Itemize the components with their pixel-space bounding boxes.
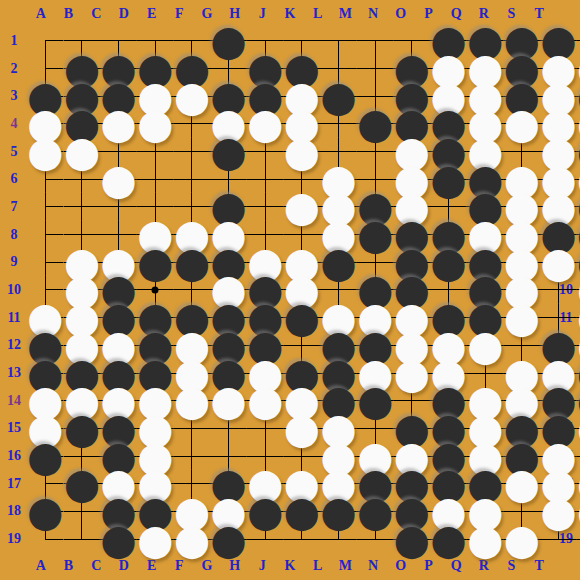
white-stone: ● [284,138,321,165]
intersection-J3[interactable]: ● [320,82,357,110]
coord-label-10: 10 [1,276,27,304]
intersection-G7[interactable] [247,193,284,221]
intersection-E16[interactable] [174,442,211,470]
intersection-A1[interactable] [27,27,64,55]
intersection-E6[interactable] [174,165,211,193]
white-stone: ● [540,249,577,276]
black-stone: ● [430,166,467,193]
black-stone: ● [357,110,394,137]
intersection-P9[interactable]: ● [540,248,577,276]
coord-label-N: N [359,1,387,27]
black-stone: ● [284,498,321,525]
intersection-N12[interactable]: ● [467,332,504,360]
intersection-D4[interactable]: ● [137,110,174,138]
black-stone: ● [357,498,394,525]
black-stone: ● [210,526,247,553]
coord-label-11: 11 [1,304,27,332]
intersection-O17[interactable]: ● [504,470,541,498]
intersection-L13[interactable]: ● [394,359,431,387]
coord-label-18: 18 [1,498,27,526]
white-stone: ● [284,415,321,442]
coord-label-L: L [304,1,332,27]
intersection-D9[interactable]: ● [137,248,174,276]
coord-label-B: B [55,553,83,579]
intersection-N19[interactable]: ● [467,525,504,553]
white-stone: ● [174,83,211,110]
coord-label-1: 1 [1,27,27,55]
intersection-A18[interactable]: ● [27,498,64,526]
intersection-M6[interactable]: ● [430,165,467,193]
coord-label-M: M [332,553,360,579]
coord-label-14: 14 [1,387,27,415]
intersection-J18[interactable]: ● [320,498,357,526]
intersection-E14[interactable]: ● [174,387,211,415]
white-stone: ● [394,360,431,387]
coord-label-15: 15 [1,415,27,443]
white-stone: ● [174,526,211,553]
white-stone: ● [137,110,174,137]
black-stone: ● [320,498,357,525]
white-stone: ● [137,526,174,553]
coord-label-N: N [359,553,387,579]
black-stone: ● [357,221,394,248]
black-stone: ● [137,249,174,276]
coord-label-E: E [138,1,166,27]
coord-label-4: 4 [1,110,27,138]
black-stone: ● [320,83,357,110]
coord-label-O: O [387,1,415,27]
intersection-G18[interactable]: ● [247,498,284,526]
intersection-H15[interactable]: ● [284,415,321,443]
black-stone: ● [27,498,64,525]
intersection-D19[interactable]: ● [137,525,174,553]
intersection-E9[interactable]: ● [174,248,211,276]
white-stone: ● [247,387,284,414]
black-stone: ● [100,526,137,553]
intersection-A8[interactable] [27,221,64,249]
coord-label-D: D [110,1,138,27]
coord-label-5: 5 [1,138,27,166]
coord-label-L: L [304,553,332,579]
black-stone: ● [284,304,321,331]
intersection-D6[interactable] [137,165,174,193]
intersection-A16[interactable]: ● [27,442,64,470]
black-stone: ● [64,470,101,497]
white-stone: ● [100,166,137,193]
intersection-H18[interactable]: ● [284,498,321,526]
coord-label-J: J [248,1,276,27]
coord-label-B: B [55,1,83,27]
coord-label-8: 8 [1,221,27,249]
white-stone: ● [467,332,504,359]
white-stone: ● [247,110,284,137]
intersection-O11[interactable]: ● [504,304,541,332]
white-stone: ● [540,498,577,525]
intersection-K14[interactable]: ● [357,387,394,415]
white-stone: ● [504,304,541,331]
intersection-B19[interactable] [64,525,101,553]
intersection-K4[interactable]: ● [357,110,394,138]
intersection-J1[interactable] [320,27,357,55]
coord-label-7: 7 [1,193,27,221]
coord-label-K: K [276,553,304,579]
black-stone: ● [174,249,211,276]
row-labels-left: 12345678910111213141516171819 [1,27,27,553]
intersection-M9[interactable]: ● [430,248,467,276]
intersection-L19[interactable]: ● [394,525,431,553]
white-stone: ● [174,387,211,414]
intersection-G14[interactable]: ● [247,387,284,415]
intersection-H5[interactable]: ● [284,138,321,166]
coord-label-K: K [276,1,304,27]
intersection-B7[interactable] [64,193,101,221]
intersection-B17[interactable]: ● [64,470,101,498]
coord-label-C: C [82,1,110,27]
coord-label-A: A [27,553,55,579]
intersection-C6[interactable]: ● [100,165,137,193]
black-stone: ● [320,249,357,276]
intersection-K8[interactable]: ● [357,221,394,249]
coord-label-A: A [27,1,55,27]
intersection-F14[interactable]: ● [210,387,247,415]
intersection-C4[interactable]: ● [100,110,137,138]
intersection-P18[interactable]: ● [540,498,577,526]
intersection-E5[interactable] [174,138,211,166]
white-stone: ● [210,387,247,414]
intersection-M19[interactable]: ● [430,525,467,553]
coord-label-9: 9 [1,248,27,276]
white-stone: ● [64,138,101,165]
white-stone: ● [100,110,137,137]
intersection-B5[interactable]: ● [64,138,101,166]
intersection-H7[interactable]: ● [284,193,321,221]
coord-label-19: 19 [1,525,27,553]
intersection-K2[interactable] [357,55,394,83]
intersection-J9[interactable]: ● [320,248,357,276]
go-game-screen: ABCDEFGHJKLMNOPQRST ABCDEFGHJKLMNOPQRST … [0,0,580,580]
coord-label-F: F [165,1,193,27]
coord-label-16: 16 [1,442,27,470]
intersection-C19[interactable]: ● [100,525,137,553]
black-stone: ● [27,443,64,470]
white-stone: ● [27,138,64,165]
intersection-A7[interactable] [27,193,64,221]
coord-label-J: J [248,553,276,579]
intersection-E3[interactable]: ● [174,82,211,110]
black-stone: ● [247,498,284,525]
white-stone: ● [284,193,321,220]
intersection-A9[interactable] [27,248,64,276]
white-stone: ● [467,526,504,553]
coord-label-2: 2 [1,55,27,83]
coord-label-6: 6 [1,165,27,193]
go-board-grid: ●●●●●●●●●●●●●●●●●●●●●●●●●●●●●●●●●●●●●●●●… [27,27,553,553]
coord-label-M: M [332,1,360,27]
intersection-F19[interactable]: ● [210,525,247,553]
black-stone: ● [430,526,467,553]
black-stone: ● [210,27,247,54]
black-stone: ● [430,249,467,276]
intersection-F5[interactable]: ● [210,138,247,166]
intersection-G4[interactable]: ● [247,110,284,138]
intersection-B15[interactable]: ● [64,415,101,443]
intersection-A5[interactable]: ● [27,138,64,166]
intersection-E19[interactable]: ● [174,525,211,553]
intersection-O19[interactable]: ● [504,525,541,553]
black-stone: ● [394,526,431,553]
coord-label-12: 12 [1,332,27,360]
intersection-G6[interactable] [247,165,284,193]
white-stone: ● [504,110,541,137]
coord-label-3: 3 [1,82,27,110]
coord-label-17: 17 [1,470,27,498]
black-stone: ● [210,138,247,165]
intersection-F1[interactable]: ● [210,27,247,55]
intersection-K18[interactable]: ● [357,498,394,526]
white-stone: ● [504,470,541,497]
intersection-O4[interactable]: ● [504,110,541,138]
intersection-K1[interactable] [357,27,394,55]
black-stone: ● [357,387,394,414]
white-stone: ● [504,526,541,553]
black-stone: ● [64,415,101,442]
coord-label-13: 13 [1,359,27,387]
intersection-H11[interactable]: ● [284,304,321,332]
